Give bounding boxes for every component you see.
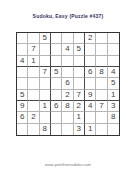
cell-r7c3[interactable]: 1 — [40, 101, 51, 112]
cell-r1c5[interactable] — [62, 33, 73, 44]
cell-r2c7[interactable] — [85, 44, 96, 55]
cell-r8c1[interactable]: 6 — [17, 112, 28, 123]
cell-r9c5[interactable] — [62, 124, 73, 135]
cell-r9c6[interactable]: 3 — [74, 124, 85, 135]
cell-r4c7[interactable]: 6 — [85, 67, 96, 78]
cell-r3c9[interactable] — [108, 56, 119, 67]
cell-r8c4[interactable] — [51, 112, 62, 123]
cell-r3c8[interactable] — [96, 56, 107, 67]
cell-r8c8[interactable] — [96, 112, 107, 123]
cell-r6c1[interactable]: 5 — [17, 90, 28, 101]
cell-r3c6[interactable] — [74, 56, 85, 67]
cell-r3c2[interactable]: 1 — [28, 56, 39, 67]
cell-r2c4[interactable] — [51, 44, 62, 55]
cell-r4c3[interactable]: 7 — [40, 67, 51, 78]
cell-r5c9[interactable]: 5 — [108, 78, 119, 89]
cell-r9c2[interactable] — [28, 124, 39, 135]
cell-r4c5[interactable] — [62, 67, 73, 78]
sudoku-sheet: Sudoku, Easy (Puzzle #437) 5274541756846… — [0, 0, 136, 176]
cell-r6c9[interactable]: 1 — [108, 90, 119, 101]
cell-r6c3[interactable] — [40, 90, 51, 101]
cell-r4c8[interactable]: 8 — [96, 67, 107, 78]
cell-r8c3[interactable] — [40, 112, 51, 123]
cell-r2c2[interactable]: 7 — [28, 44, 39, 55]
cell-r6c6[interactable]: 7 — [74, 90, 85, 101]
cell-r6c4[interactable] — [51, 90, 62, 101]
cell-r7c7[interactable]: 4 — [85, 101, 96, 112]
cell-r1c7[interactable]: 2 — [85, 33, 96, 44]
cell-r8c5[interactable] — [62, 112, 73, 123]
cell-r9c1[interactable] — [17, 124, 28, 135]
cell-r7c6[interactable]: 2 — [74, 101, 85, 112]
cell-r3c5[interactable] — [62, 56, 73, 67]
cell-r1c3[interactable]: 5 — [40, 33, 51, 44]
cell-r5c4[interactable] — [51, 78, 62, 89]
cell-r8c2[interactable]: 2 — [28, 112, 39, 123]
cell-r2c3[interactable] — [40, 44, 51, 55]
cell-r5c2[interactable] — [28, 78, 39, 89]
cell-r3c4[interactable] — [51, 56, 62, 67]
cell-r6c5[interactable]: 2 — [62, 90, 73, 101]
cell-r1c2[interactable] — [28, 33, 39, 44]
cell-r3c3[interactable] — [40, 56, 51, 67]
cell-r7c1[interactable]: 9 — [17, 101, 28, 112]
cell-r6c7[interactable]: 9 — [85, 90, 96, 101]
cell-r4c6[interactable] — [74, 67, 85, 78]
cell-r9c7[interactable]: 1 — [85, 124, 96, 135]
cell-r2c5[interactable]: 4 — [62, 44, 73, 55]
cell-r1c9[interactable] — [108, 33, 119, 44]
cell-r8c7[interactable] — [85, 112, 96, 123]
cell-r1c6[interactable] — [74, 33, 85, 44]
cell-r4c2[interactable] — [28, 67, 39, 78]
sudoku-board: 5274541756846552791916824736218831 — [16, 32, 120, 136]
cell-r5c1[interactable] — [17, 78, 28, 89]
cell-r3c1[interactable]: 4 — [17, 56, 28, 67]
cell-r7c5[interactable]: 8 — [62, 101, 73, 112]
cell-r8c6[interactable]: 1 — [74, 112, 85, 123]
cell-r9c3[interactable]: 8 — [40, 124, 51, 135]
cell-r2c9[interactable] — [108, 44, 119, 55]
cell-r4c1[interactable] — [17, 67, 28, 78]
cell-r1c8[interactable] — [96, 33, 107, 44]
cell-r5c6[interactable] — [74, 78, 85, 89]
cell-r4c4[interactable]: 5 — [51, 67, 62, 78]
cell-r9c4[interactable] — [51, 124, 62, 135]
cell-r2c6[interactable]: 5 — [74, 44, 85, 55]
cell-r5c8[interactable] — [96, 78, 107, 89]
footer-url: www.printfreesudoku.com — [0, 162, 136, 167]
cell-r7c4[interactable]: 6 — [51, 101, 62, 112]
cell-r2c1[interactable] — [17, 44, 28, 55]
cell-r8c9[interactable]: 8 — [108, 112, 119, 123]
cell-r1c4[interactable] — [51, 33, 62, 44]
cell-r9c9[interactable] — [108, 124, 119, 135]
cell-r7c8[interactable]: 7 — [96, 101, 107, 112]
cell-r2c8[interactable] — [96, 44, 107, 55]
cell-r5c3[interactable] — [40, 78, 51, 89]
cell-r6c2[interactable] — [28, 90, 39, 101]
cell-r5c7[interactable] — [85, 78, 96, 89]
cell-r5c5[interactable]: 6 — [62, 78, 73, 89]
cell-r4c9[interactable]: 4 — [108, 67, 119, 78]
cell-r7c9[interactable]: 3 — [108, 101, 119, 112]
cell-r3c7[interactable] — [85, 56, 96, 67]
cell-r6c8[interactable] — [96, 90, 107, 101]
page-title: Sudoku, Easy (Puzzle #437) — [0, 13, 136, 19]
cell-r9c8[interactable] — [96, 124, 107, 135]
cell-r7c2[interactable] — [28, 101, 39, 112]
cell-r1c1[interactable] — [17, 33, 28, 44]
